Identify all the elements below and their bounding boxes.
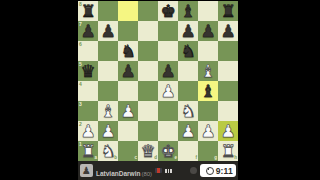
rank-label-6: 6 xyxy=(79,42,82,47)
square-e5[interactable]: ♟ xyxy=(158,61,178,81)
square-e8[interactable]: ♚ xyxy=(158,1,178,21)
square-h5[interactable] xyxy=(218,61,238,81)
square-e4[interactable]: ♟ xyxy=(158,81,178,101)
square-f4[interactable] xyxy=(178,81,198,101)
square-b1[interactable]: b♞ xyxy=(98,141,118,161)
square-a7[interactable]: 7♟ xyxy=(78,21,98,41)
piece-white-pawn: ♟ xyxy=(178,121,198,141)
square-c4[interactable] xyxy=(118,81,138,101)
square-d1[interactable]: d♛ xyxy=(138,141,158,161)
piece-black-knight: ♞ xyxy=(118,41,138,61)
square-b4[interactable] xyxy=(98,81,118,101)
piece-black-pawn: ♟ xyxy=(118,61,138,81)
square-d6[interactable] xyxy=(138,41,158,61)
rank-label-2: 2 xyxy=(79,122,82,127)
square-b8[interactable] xyxy=(98,1,118,21)
piece-black-pawn: ♟ xyxy=(218,21,238,41)
square-f6[interactable]: ♞ xyxy=(178,41,198,61)
piece-white-pawn: ♟ xyxy=(198,121,218,141)
piece-black-knight: ♞ xyxy=(178,41,198,61)
square-d3[interactable] xyxy=(138,101,158,121)
piece-black-pawn: ♟ xyxy=(98,21,118,41)
piece-black-pawn: ♟ xyxy=(178,21,198,41)
square-f8[interactable]: ♝ xyxy=(178,1,198,21)
options-icon[interactable] xyxy=(190,167,197,174)
square-d7[interactable] xyxy=(138,21,158,41)
piece-white-bishop: ♝ xyxy=(98,101,118,121)
square-c5[interactable]: ♟ xyxy=(118,61,138,81)
square-g8[interactable] xyxy=(198,1,218,21)
file-label-e: e xyxy=(174,156,177,161)
rank-label-4: 4 xyxy=(79,82,82,87)
square-e1[interactable]: e♚ xyxy=(158,141,178,161)
chess-board: 8♜♚♝♜7♟♟♟♟♟6♞♞5♛♟♟♝4♟♝3♝♟♞2♟♟♟♟♟1a♜b♞cd♛… xyxy=(78,1,238,161)
square-g5[interactable]: ♝ xyxy=(198,61,218,81)
square-f7[interactable]: ♟ xyxy=(178,21,198,41)
square-e2[interactable] xyxy=(158,121,178,141)
square-d8[interactable] xyxy=(138,1,158,21)
square-a6[interactable]: 6 xyxy=(78,41,98,61)
square-a5[interactable]: 5♛ xyxy=(78,61,98,81)
country-flag-icon xyxy=(155,168,162,173)
square-b5[interactable] xyxy=(98,61,118,81)
square-h4[interactable] xyxy=(218,81,238,101)
square-d2[interactable] xyxy=(138,121,158,141)
player-username: LatvianDarwin xyxy=(96,170,140,177)
rank-label-7: 7 xyxy=(79,22,82,27)
square-a1[interactable]: 1a♜ xyxy=(78,141,98,161)
rank-label-5: 5 xyxy=(79,62,82,67)
player-clock: 9:11 xyxy=(200,164,236,177)
player-bar: ♟ LatvianDarwin(80) 9:11 xyxy=(78,161,238,180)
piece-white-pawn: ♟ xyxy=(158,81,178,101)
piece-white-pawn: ♟ xyxy=(118,101,138,121)
square-a2[interactable]: 2♟ xyxy=(78,121,98,141)
player-name-block[interactable]: LatvianDarwin(80) xyxy=(96,162,152,180)
piece-black-rook: ♜ xyxy=(218,1,238,21)
square-f3[interactable]: ♞ xyxy=(178,101,198,121)
rank-label-1: 1 xyxy=(79,142,82,147)
piece-black-pawn: ♟ xyxy=(158,61,178,81)
clock-icon xyxy=(206,167,214,175)
square-c1[interactable]: c xyxy=(118,141,138,161)
square-c2[interactable] xyxy=(118,121,138,141)
file-label-d: d xyxy=(154,156,157,161)
piece-white-pawn: ♟ xyxy=(218,121,238,141)
file-label-f: f xyxy=(196,156,198,161)
rank-label-8: 8 xyxy=(79,2,82,7)
square-h8[interactable]: ♜ xyxy=(218,1,238,21)
rank-label-3: 3 xyxy=(79,102,82,107)
square-b3[interactable]: ♝ xyxy=(98,101,118,121)
letterbox-right xyxy=(238,0,320,180)
piece-white-bishop: ♝ xyxy=(198,61,218,81)
square-d5[interactable] xyxy=(138,61,158,81)
clock-time: 9:11 xyxy=(216,166,233,176)
square-f2[interactable]: ♟ xyxy=(178,121,198,141)
square-g4[interactable]: ♝ xyxy=(198,81,218,101)
square-b6[interactable] xyxy=(98,41,118,61)
file-label-a: a xyxy=(94,156,97,161)
square-b2[interactable]: ♟ xyxy=(98,121,118,141)
file-label-g: g xyxy=(214,156,217,161)
square-c3[interactable]: ♟ xyxy=(118,101,138,121)
square-a4[interactable]: 4 xyxy=(78,81,98,101)
square-h6[interactable] xyxy=(218,41,238,61)
file-label-b: b xyxy=(114,156,117,161)
player-avatar[interactable]: ♟ xyxy=(80,164,93,177)
square-d4[interactable] xyxy=(138,81,158,101)
file-label-h: h xyxy=(234,156,237,161)
stats-bars-icon xyxy=(165,169,172,173)
square-g6[interactable] xyxy=(198,41,218,61)
piece-black-king: ♚ xyxy=(158,1,178,21)
square-h7[interactable]: ♟ xyxy=(218,21,238,41)
piece-black-bishop: ♝ xyxy=(198,81,218,101)
square-g1[interactable]: g xyxy=(198,141,218,161)
square-a3[interactable]: 3 xyxy=(78,101,98,121)
game-screen: 8♜♚♝♜7♟♟♟♟♟6♞♞5♛♟♟♝4♟♝3♝♟♞2♟♟♟♟♟1a♜b♞cd♛… xyxy=(0,0,320,180)
square-g2[interactable]: ♟ xyxy=(198,121,218,141)
square-b7[interactable]: ♟ xyxy=(98,21,118,41)
square-c7[interactable] xyxy=(118,21,138,41)
piece-white-knight: ♞ xyxy=(178,101,198,121)
square-c8[interactable] xyxy=(118,1,138,21)
square-e6[interactable] xyxy=(158,41,178,61)
square-h3[interactable] xyxy=(218,101,238,121)
square-f1[interactable]: f xyxy=(178,141,198,161)
square-h2[interactable]: ♟ xyxy=(218,121,238,141)
square-h1[interactable]: h♜ xyxy=(218,141,238,161)
square-e7[interactable] xyxy=(158,21,178,41)
square-g3[interactable] xyxy=(198,101,218,121)
piece-black-bishop: ♝ xyxy=(178,1,198,21)
letterbox-left xyxy=(0,0,78,180)
square-g7[interactable]: ♟ xyxy=(198,21,218,41)
square-f5[interactable] xyxy=(178,61,198,81)
square-c6[interactable]: ♞ xyxy=(118,41,138,61)
piece-black-pawn: ♟ xyxy=(198,21,218,41)
square-e3[interactable] xyxy=(158,101,178,121)
player-rating: (80) xyxy=(141,171,152,177)
piece-white-pawn: ♟ xyxy=(98,121,118,141)
square-a8[interactable]: 8♜ xyxy=(78,1,98,21)
file-label-c: c xyxy=(134,156,137,161)
